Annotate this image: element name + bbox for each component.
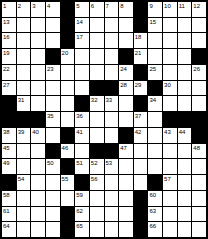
cell-r7c9[interactable]	[119, 96, 133, 111]
cell-r11c3[interactable]	[31, 159, 45, 174]
cell-r9c13[interactable]: 44	[178, 128, 192, 143]
black-cell-r11c5	[61, 159, 75, 174]
clue-number-48: 48	[192, 144, 200, 151]
cell-r3c11[interactable]	[148, 33, 162, 48]
clue-number-50: 50	[46, 159, 54, 166]
cell-r8c10[interactable]: 37	[134, 112, 148, 127]
black-cell-r1c5	[61, 2, 75, 17]
clue-number-47: 47	[119, 144, 127, 151]
cell-r13c2[interactable]	[17, 191, 31, 206]
cell-r7c11[interactable]: 34	[148, 96, 162, 111]
cell-r3c6[interactable]: 17	[75, 33, 89, 48]
cell-r11c6[interactable]: 51	[75, 159, 89, 174]
cell-r5c12[interactable]	[163, 65, 177, 80]
cell-r11c8[interactable]: 53	[105, 159, 119, 174]
cell-r5c14[interactable]: 26	[192, 65, 206, 80]
clue-number-10: 10	[163, 2, 171, 9]
cell-r10c3[interactable]	[31, 144, 45, 159]
cell-r4c13[interactable]	[178, 49, 192, 64]
cell-r1c14[interactable]: 12	[192, 2, 206, 17]
cell-r2c11[interactable]: 15	[148, 18, 162, 33]
cell-r15c1[interactable]: 64	[2, 222, 16, 237]
cell-r13c3[interactable]	[31, 191, 45, 206]
cell-r1c3[interactable]: 3	[31, 2, 45, 17]
cell-r3c8[interactable]	[105, 33, 119, 48]
cell-r7c7[interactable]: 32	[90, 96, 104, 111]
cell-r8c8[interactable]	[105, 112, 119, 127]
cell-r13c5[interactable]	[61, 191, 75, 206]
black-cell-r8c2	[17, 112, 31, 127]
cell-r5c8[interactable]	[105, 65, 119, 80]
black-cell-r15c10	[134, 222, 148, 237]
cell-r4c3[interactable]	[31, 49, 45, 64]
cell-r10c2[interactable]	[17, 144, 31, 159]
cell-r7c13[interactable]	[178, 96, 192, 111]
cell-r7c12[interactable]	[163, 96, 177, 111]
cell-r9c11[interactable]	[148, 128, 162, 143]
cell-r8c11[interactable]	[148, 112, 162, 127]
cell-r9c7[interactable]	[90, 128, 104, 143]
cell-r11c10[interactable]	[134, 159, 148, 174]
cell-r3c3[interactable]	[31, 33, 45, 48]
cell-r7c5[interactable]	[61, 96, 75, 111]
cell-r4c10[interactable]: 21	[134, 49, 148, 64]
cell-r5c1[interactable]: 22	[2, 65, 16, 80]
cell-r5c7[interactable]	[90, 65, 104, 80]
cell-r3c13[interactable]	[178, 33, 192, 48]
clue-number-19: 19	[2, 49, 10, 56]
cell-r8c9[interactable]	[119, 112, 133, 127]
cell-r14c13[interactable]	[178, 207, 192, 222]
cell-r13c14[interactable]	[192, 191, 206, 206]
cell-r14c8[interactable]	[105, 207, 119, 222]
clue-number-53: 53	[105, 159, 113, 166]
clue-number-66: 66	[148, 222, 156, 229]
black-cell-r4c14	[192, 49, 206, 64]
cell-r14c2[interactable]	[17, 207, 31, 222]
clue-number-49: 49	[2, 159, 10, 166]
clue-number-33: 33	[105, 96, 113, 103]
cell-r6c6[interactable]	[75, 81, 89, 96]
black-cell-r8c14	[192, 112, 206, 127]
cell-r4c2[interactable]	[17, 49, 31, 64]
cell-r15c14[interactable]	[192, 222, 206, 237]
cell-r1c6[interactable]: 5	[75, 2, 89, 17]
clue-number-1: 1	[2, 2, 6, 9]
clue-number-57: 57	[163, 175, 171, 182]
crossword-grid: 1234567891011121314151617181920212223242…	[0, 0, 208, 239]
cell-r9c12[interactable]: 43	[163, 128, 177, 143]
clue-number-20: 20	[61, 49, 69, 56]
cell-r3c7[interactable]	[90, 33, 104, 48]
cell-r7c2[interactable]: 31	[17, 96, 31, 111]
cell-r4c8[interactable]	[105, 49, 119, 64]
cell-r11c14[interactable]	[192, 159, 206, 174]
clue-number-31: 31	[17, 96, 25, 103]
black-cell-r9c9	[119, 128, 133, 143]
clue-number-32: 32	[90, 96, 98, 103]
cell-r1c12[interactable]: 10	[163, 2, 177, 17]
black-cell-r7c10	[134, 96, 148, 111]
cell-r15c11[interactable]: 66	[148, 222, 162, 237]
cell-r9c4[interactable]	[46, 128, 60, 143]
cell-r11c11[interactable]	[148, 159, 162, 174]
clue-number-51: 51	[75, 159, 83, 166]
black-cell-r8c13	[178, 112, 192, 127]
cell-r2c9[interactable]	[119, 18, 133, 33]
clue-number-7: 7	[105, 2, 109, 9]
clue-number-28: 28	[119, 81, 127, 88]
cell-r12c5[interactable]: 55	[61, 175, 75, 190]
black-cell-r1c10	[134, 2, 148, 17]
cell-r13c11[interactable]: 60	[148, 191, 162, 206]
cell-r8c4[interactable]: 35	[46, 112, 60, 127]
clue-number-4: 4	[46, 2, 50, 9]
cell-r11c4[interactable]: 50	[46, 159, 60, 174]
cell-r8c6[interactable]: 36	[75, 112, 89, 127]
cell-r12c10[interactable]	[134, 175, 148, 190]
cell-r1c4[interactable]: 4	[46, 2, 60, 17]
cell-r6c1[interactable]: 27	[2, 81, 16, 96]
cell-r10c11[interactable]	[148, 144, 162, 159]
clue-number-15: 15	[148, 18, 156, 25]
black-cell-r14c10	[134, 207, 148, 222]
cell-r14c6[interactable]: 62	[75, 207, 89, 222]
cell-r2c3[interactable]	[31, 18, 45, 33]
cell-r2c2[interactable]	[17, 18, 31, 33]
cell-r5c6[interactable]	[75, 65, 89, 80]
cell-r14c11[interactable]: 63	[148, 207, 162, 222]
black-cell-r7c6	[75, 96, 89, 111]
cell-r15c4[interactable]	[46, 222, 60, 237]
cell-r5c11[interactable]: 25	[148, 65, 162, 80]
cell-r1c11[interactable]: 9	[148, 2, 162, 17]
cell-r1c2[interactable]: 2	[17, 2, 31, 17]
clue-number-5: 5	[75, 2, 79, 9]
clue-number-25: 25	[148, 65, 156, 72]
clue-number-22: 22	[2, 65, 10, 72]
cell-r7c3[interactable]	[31, 96, 45, 111]
cell-r4c1[interactable]: 19	[2, 49, 16, 64]
cell-r13c6[interactable]: 59	[75, 191, 89, 206]
cell-r15c12[interactable]	[163, 222, 177, 237]
cell-r11c9[interactable]	[119, 159, 133, 174]
cell-r2c6[interactable]: 14	[75, 18, 89, 33]
cell-r4c12[interactable]	[163, 49, 177, 64]
cell-r7c8[interactable]: 33	[105, 96, 119, 111]
cell-r3c4[interactable]	[46, 33, 60, 48]
cell-r9c10[interactable]: 42	[134, 128, 148, 143]
black-cell-r13c10	[134, 191, 148, 206]
cell-r11c13[interactable]	[178, 159, 192, 174]
cell-r6c9[interactable]: 28	[119, 81, 133, 96]
clue-number-8: 8	[119, 2, 123, 9]
cell-r2c13[interactable]	[178, 18, 192, 33]
cell-r10c5[interactable]: 46	[61, 144, 75, 159]
cell-r14c12[interactable]	[163, 207, 177, 222]
cell-r3c14[interactable]	[192, 33, 206, 48]
cell-r15c8[interactable]	[105, 222, 119, 237]
cell-r5c2[interactable]	[17, 65, 31, 80]
clue-number-65: 65	[75, 222, 83, 229]
black-cell-r12c6	[75, 175, 89, 190]
black-cell-r9c5	[61, 128, 75, 143]
cell-r3c1[interactable]: 16	[2, 33, 16, 48]
clue-number-42: 42	[134, 128, 142, 135]
cell-r5c3[interactable]	[31, 65, 45, 80]
cell-r3c9[interactable]	[119, 33, 133, 48]
cell-r4c11[interactable]	[148, 49, 162, 64]
cell-r9c8[interactable]	[105, 128, 119, 143]
cell-r2c8[interactable]	[105, 18, 119, 33]
cell-r15c2[interactable]	[17, 222, 31, 237]
cell-r8c5[interactable]	[61, 112, 75, 127]
clue-number-6: 6	[90, 2, 94, 9]
clue-number-12: 12	[192, 2, 200, 9]
cell-r5c9[interactable]: 24	[119, 65, 133, 80]
black-cell-r3c5	[61, 33, 75, 48]
black-cell-r10c4	[46, 144, 60, 159]
black-cell-r12c11	[148, 175, 162, 190]
black-cell-r4c9	[119, 49, 133, 64]
clue-number-23: 23	[46, 65, 54, 72]
cell-r4c5[interactable]: 20	[61, 49, 75, 64]
cell-r13c7[interactable]	[90, 191, 104, 206]
clue-number-27: 27	[2, 81, 10, 88]
cell-r15c6[interactable]: 65	[75, 222, 89, 237]
cell-r10c9[interactable]: 47	[119, 144, 133, 159]
cell-r10c1[interactable]: 45	[2, 144, 16, 159]
clue-number-58: 58	[2, 191, 10, 198]
cell-r5c13[interactable]	[178, 65, 192, 80]
clue-number-3: 3	[31, 2, 35, 9]
clue-number-63: 63	[148, 207, 156, 214]
cell-r15c7[interactable]	[90, 222, 104, 237]
clue-number-43: 43	[163, 128, 171, 135]
black-cell-r5c10	[134, 65, 148, 80]
black-cell-r2c10	[134, 18, 148, 33]
cell-r2c12[interactable]	[163, 18, 177, 33]
clue-number-41: 41	[75, 128, 83, 135]
cell-r10c14[interactable]: 48	[192, 144, 206, 159]
cell-r10c13[interactable]	[178, 144, 192, 159]
cell-r6c2[interactable]	[17, 81, 31, 96]
cell-r14c14[interactable]	[192, 207, 206, 222]
black-cell-r6c8	[105, 81, 119, 96]
cell-r12c14[interactable]	[192, 175, 206, 190]
cell-r11c12[interactable]	[163, 159, 177, 174]
black-cell-r9c14	[192, 128, 206, 143]
cell-r13c9[interactable]	[119, 191, 133, 206]
cell-r15c3[interactable]	[31, 222, 45, 237]
cell-r1c7[interactable]: 6	[90, 2, 104, 17]
cell-r6c5[interactable]	[61, 81, 75, 96]
clue-number-55: 55	[61, 175, 69, 182]
cell-r12c2[interactable]: 54	[17, 175, 31, 190]
cell-r12c12[interactable]: 57	[163, 175, 177, 190]
clue-number-52: 52	[90, 159, 98, 166]
cell-r12c13[interactable]	[178, 175, 192, 190]
clue-number-61: 61	[2, 207, 10, 214]
clue-number-35: 35	[46, 112, 54, 119]
black-cell-r2c5	[61, 18, 75, 33]
cell-r12c3[interactable]	[31, 175, 45, 190]
cell-r2c1[interactable]: 13	[2, 18, 16, 33]
cell-r10c12[interactable]	[163, 144, 177, 159]
clue-number-16: 16	[2, 33, 10, 40]
cell-r14c9[interactable]	[119, 207, 133, 222]
cell-r2c7[interactable]	[90, 18, 104, 33]
clue-number-44: 44	[178, 128, 186, 135]
cell-r6c12[interactable]: 30	[163, 81, 177, 96]
clue-number-11: 11	[178, 2, 185, 9]
cell-r9c3[interactable]: 40	[31, 128, 45, 143]
clue-number-54: 54	[17, 175, 25, 182]
cell-r11c7[interactable]: 52	[90, 159, 104, 174]
clue-number-36: 36	[75, 112, 83, 119]
clue-number-62: 62	[75, 207, 83, 214]
black-cell-r4c4	[46, 49, 60, 64]
cell-r6c13[interactable]	[178, 81, 192, 96]
cell-r14c7[interactable]	[90, 207, 104, 222]
clue-number-34: 34	[148, 96, 156, 103]
clue-number-18: 18	[134, 33, 142, 40]
cell-r15c13[interactable]	[178, 222, 192, 237]
black-cell-r8c3	[31, 112, 45, 127]
cell-r9c2[interactable]: 39	[17, 128, 31, 143]
cell-r3c12[interactable]	[163, 33, 177, 48]
cell-r1c1[interactable]: 1	[2, 2, 16, 17]
black-cell-r15c5	[61, 222, 75, 237]
cell-r4c7[interactable]	[90, 49, 104, 64]
cell-r13c12[interactable]	[163, 191, 177, 206]
black-cell-r12c1	[2, 175, 16, 190]
clue-number-56: 56	[90, 175, 98, 182]
black-cell-r10c7	[90, 144, 104, 159]
clue-number-2: 2	[17, 2, 21, 9]
cell-r6c10[interactable]: 29	[134, 81, 148, 96]
cell-r7c4[interactable]	[46, 96, 60, 111]
clue-number-17: 17	[75, 33, 83, 40]
cell-r6c4[interactable]	[46, 81, 60, 96]
black-cell-r7c1	[2, 96, 16, 111]
cell-r3c10[interactable]: 18	[134, 33, 148, 48]
cell-r14c4[interactable]	[46, 207, 60, 222]
cell-r13c1[interactable]: 58	[2, 191, 16, 206]
cell-r7c14[interactable]	[192, 96, 206, 111]
cell-r13c4[interactable]	[46, 191, 60, 206]
cell-r12c4[interactable]	[46, 175, 60, 190]
black-cell-r8c12	[163, 112, 177, 127]
clue-number-29: 29	[134, 81, 142, 88]
clue-number-45: 45	[2, 144, 10, 151]
cell-r13c13[interactable]	[178, 191, 192, 206]
cell-r6c3[interactable]	[31, 81, 45, 96]
black-cell-r8c1	[2, 112, 16, 127]
black-cell-r14c5	[61, 207, 75, 222]
cell-r5c5[interactable]	[61, 65, 75, 80]
cell-r13c8[interactable]	[105, 191, 119, 206]
clue-number-21: 21	[134, 49, 142, 56]
cell-r10c10[interactable]	[134, 144, 148, 159]
cell-r14c1[interactable]: 61	[2, 207, 16, 222]
clue-number-13: 13	[2, 18, 10, 25]
clue-number-46: 46	[61, 144, 69, 151]
cell-r1c8[interactable]: 7	[105, 2, 119, 17]
clue-number-9: 9	[148, 2, 152, 9]
cell-r3c2[interactable]	[17, 33, 31, 48]
clue-number-60: 60	[148, 191, 156, 198]
clue-number-64: 64	[2, 222, 10, 229]
black-cell-r6c7	[90, 81, 104, 96]
clue-number-59: 59	[75, 191, 83, 198]
cell-r11c2[interactable]	[17, 159, 31, 174]
clue-number-14: 14	[75, 18, 83, 25]
cell-r6c14[interactable]	[192, 81, 206, 96]
cell-r5c4[interactable]: 23	[46, 65, 60, 80]
clue-number-38: 38	[2, 128, 10, 135]
cell-r8c7[interactable]	[90, 112, 104, 127]
cell-r1c13[interactable]: 11	[178, 2, 192, 17]
cell-r11c1[interactable]: 49	[2, 159, 16, 174]
clue-number-24: 24	[119, 65, 127, 72]
clue-number-37: 37	[134, 112, 142, 119]
cell-r2c4[interactable]	[46, 18, 60, 33]
cell-r2c14[interactable]	[192, 18, 206, 33]
clue-number-40: 40	[31, 128, 39, 135]
cell-r12c7[interactable]: 56	[90, 175, 104, 190]
clue-number-26: 26	[192, 65, 200, 72]
cell-r4c6[interactable]	[75, 49, 89, 64]
cell-r15c9[interactable]	[119, 222, 133, 237]
black-cell-r10c8	[105, 144, 119, 159]
cell-r12c9[interactable]	[119, 175, 133, 190]
cell-r12c8[interactable]	[105, 175, 119, 190]
clue-number-30: 30	[163, 81, 171, 88]
cell-r9c6[interactable]: 41	[75, 128, 89, 143]
cell-r10c6[interactable]	[75, 144, 89, 159]
clue-number-39: 39	[17, 128, 25, 135]
cell-r1c9[interactable]: 8	[119, 2, 133, 17]
cell-r9c1[interactable]: 38	[2, 128, 16, 143]
black-cell-r6c11	[148, 81, 162, 96]
cell-r14c3[interactable]	[31, 207, 45, 222]
